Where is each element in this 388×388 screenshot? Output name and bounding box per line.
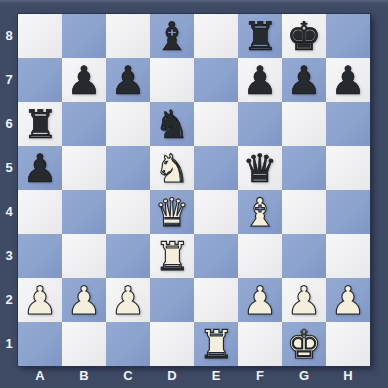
rank-labels: 87654321: [0, 14, 18, 366]
rank-label-7: 7: [0, 58, 18, 102]
square-h3[interactable]: [326, 234, 370, 278]
square-a4[interactable]: [18, 190, 62, 234]
square-g4[interactable]: [282, 190, 326, 234]
square-c5[interactable]: [106, 146, 150, 190]
piece-white-bishop-f4[interactable]: ♝: [238, 190, 282, 234]
piece-black-rook-a6[interactable]: ♜: [18, 102, 62, 146]
file-labels: ABCDEFGH: [18, 366, 370, 388]
piece-white-queen-d4[interactable]: ♛: [150, 190, 194, 234]
file-label-h: H: [326, 366, 370, 388]
square-d5[interactable]: ♞: [150, 146, 194, 190]
square-d2[interactable]: [150, 278, 194, 322]
square-e5[interactable]: [194, 146, 238, 190]
square-a3[interactable]: [18, 234, 62, 278]
square-a8[interactable]: [18, 14, 62, 58]
square-b5[interactable]: [62, 146, 106, 190]
square-f1[interactable]: [238, 322, 282, 366]
square-b7[interactable]: ♟: [62, 58, 106, 102]
square-d1[interactable]: [150, 322, 194, 366]
square-a1[interactable]: [18, 322, 62, 366]
square-h5[interactable]: [326, 146, 370, 190]
square-b4[interactable]: [62, 190, 106, 234]
file-label-d: D: [150, 366, 194, 388]
piece-black-pawn-f7[interactable]: ♟: [238, 58, 282, 102]
square-c4[interactable]: [106, 190, 150, 234]
square-b2[interactable]: ♟: [62, 278, 106, 322]
square-g7[interactable]: ♟: [282, 58, 326, 102]
square-h6[interactable]: [326, 102, 370, 146]
piece-black-rook-f8[interactable]: ♜: [238, 14, 282, 58]
file-label-g: G: [282, 366, 326, 388]
square-b3[interactable]: [62, 234, 106, 278]
square-d8[interactable]: ♝: [150, 14, 194, 58]
square-e2[interactable]: [194, 278, 238, 322]
piece-white-pawn-c2[interactable]: ♟: [106, 278, 150, 322]
square-b6[interactable]: [62, 102, 106, 146]
piece-white-king-g1[interactable]: ♚: [282, 322, 326, 366]
square-c3[interactable]: [106, 234, 150, 278]
piece-black-king-g8[interactable]: ♚: [282, 14, 326, 58]
square-c6[interactable]: [106, 102, 150, 146]
square-a5[interactable]: ♟: [18, 146, 62, 190]
rank-label-8: 8: [0, 14, 18, 58]
piece-black-pawn-a5[interactable]: ♟: [18, 146, 62, 190]
piece-white-pawn-f2[interactable]: ♟: [238, 278, 282, 322]
rank-label-6: 6: [0, 102, 18, 146]
file-label-b: B: [62, 366, 106, 388]
rank-label-3: 3: [0, 234, 18, 278]
rank-label-2: 2: [0, 278, 18, 322]
piece-white-pawn-a2[interactable]: ♟: [18, 278, 62, 322]
square-a6[interactable]: ♜: [18, 102, 62, 146]
square-e4[interactable]: [194, 190, 238, 234]
piece-black-pawn-c7[interactable]: ♟: [106, 58, 150, 102]
piece-white-rook-e1[interactable]: ♜: [194, 322, 238, 366]
square-h8[interactable]: [326, 14, 370, 58]
file-label-a: A: [18, 366, 62, 388]
square-h4[interactable]: [326, 190, 370, 234]
rank-label-1: 1: [0, 322, 18, 366]
square-e6[interactable]: [194, 102, 238, 146]
square-c2[interactable]: ♟: [106, 278, 150, 322]
square-f3[interactable]: [238, 234, 282, 278]
square-f2[interactable]: ♟: [238, 278, 282, 322]
square-h2[interactable]: ♟: [326, 278, 370, 322]
square-e7[interactable]: [194, 58, 238, 102]
rank-label-5: 5: [0, 146, 18, 190]
square-b8[interactable]: [62, 14, 106, 58]
rank-label-4: 4: [0, 190, 18, 234]
square-f7[interactable]: ♟: [238, 58, 282, 102]
file-label-f: F: [238, 366, 282, 388]
piece-white-pawn-b2[interactable]: ♟: [62, 278, 106, 322]
square-c1[interactable]: [106, 322, 150, 366]
square-f4[interactable]: ♝: [238, 190, 282, 234]
square-g3[interactable]: [282, 234, 326, 278]
piece-black-pawn-h7[interactable]: ♟: [326, 58, 370, 102]
square-e3[interactable]: [194, 234, 238, 278]
piece-black-queen-f5[interactable]: ♛: [238, 146, 282, 190]
square-d4[interactable]: ♛: [150, 190, 194, 234]
square-h1[interactable]: [326, 322, 370, 366]
square-f8[interactable]: ♜: [238, 14, 282, 58]
square-d6[interactable]: ♞: [150, 102, 194, 146]
chessboard[interactable]: ♝♜♚♟♟♟♟♟♜♞♟♞♛♛♝♜♟♟♟♟♟♟♜♚: [18, 14, 370, 366]
piece-black-bishop-d8[interactable]: ♝: [150, 14, 194, 58]
square-g8[interactable]: ♚: [282, 14, 326, 58]
chessboard-frame: 87654321 ♝♜♚♟♟♟♟♟♜♞♟♞♛♛♝♜♟♟♟♟♟♟♜♚ ABCDEF…: [0, 0, 388, 388]
square-b1[interactable]: [62, 322, 106, 366]
square-e8[interactable]: [194, 14, 238, 58]
square-d7[interactable]: [150, 58, 194, 102]
square-g5[interactable]: [282, 146, 326, 190]
square-a2[interactable]: ♟: [18, 278, 62, 322]
piece-white-rook-d3[interactable]: ♜: [150, 234, 194, 278]
square-f5[interactable]: ♛: [238, 146, 282, 190]
piece-white-knight-d5[interactable]: ♞: [150, 146, 194, 190]
square-c8[interactable]: [106, 14, 150, 58]
square-d3[interactable]: ♜: [150, 234, 194, 278]
piece-black-knight-d6[interactable]: ♞: [150, 102, 194, 146]
square-g1[interactable]: ♚: [282, 322, 326, 366]
piece-black-pawn-b7[interactable]: ♟: [62, 58, 106, 102]
square-c7[interactable]: ♟: [106, 58, 150, 102]
file-label-c: C: [106, 366, 150, 388]
piece-white-pawn-g2[interactable]: ♟: [282, 278, 326, 322]
file-label-e: E: [194, 366, 238, 388]
piece-white-pawn-h2[interactable]: ♟: [326, 278, 370, 322]
square-e1[interactable]: ♜: [194, 322, 238, 366]
square-g6[interactable]: [282, 102, 326, 146]
square-g2[interactable]: ♟: [282, 278, 326, 322]
piece-black-pawn-g7[interactable]: ♟: [282, 58, 326, 102]
square-h7[interactable]: ♟: [326, 58, 370, 102]
square-f6[interactable]: [238, 102, 282, 146]
square-a7[interactable]: [18, 58, 62, 102]
